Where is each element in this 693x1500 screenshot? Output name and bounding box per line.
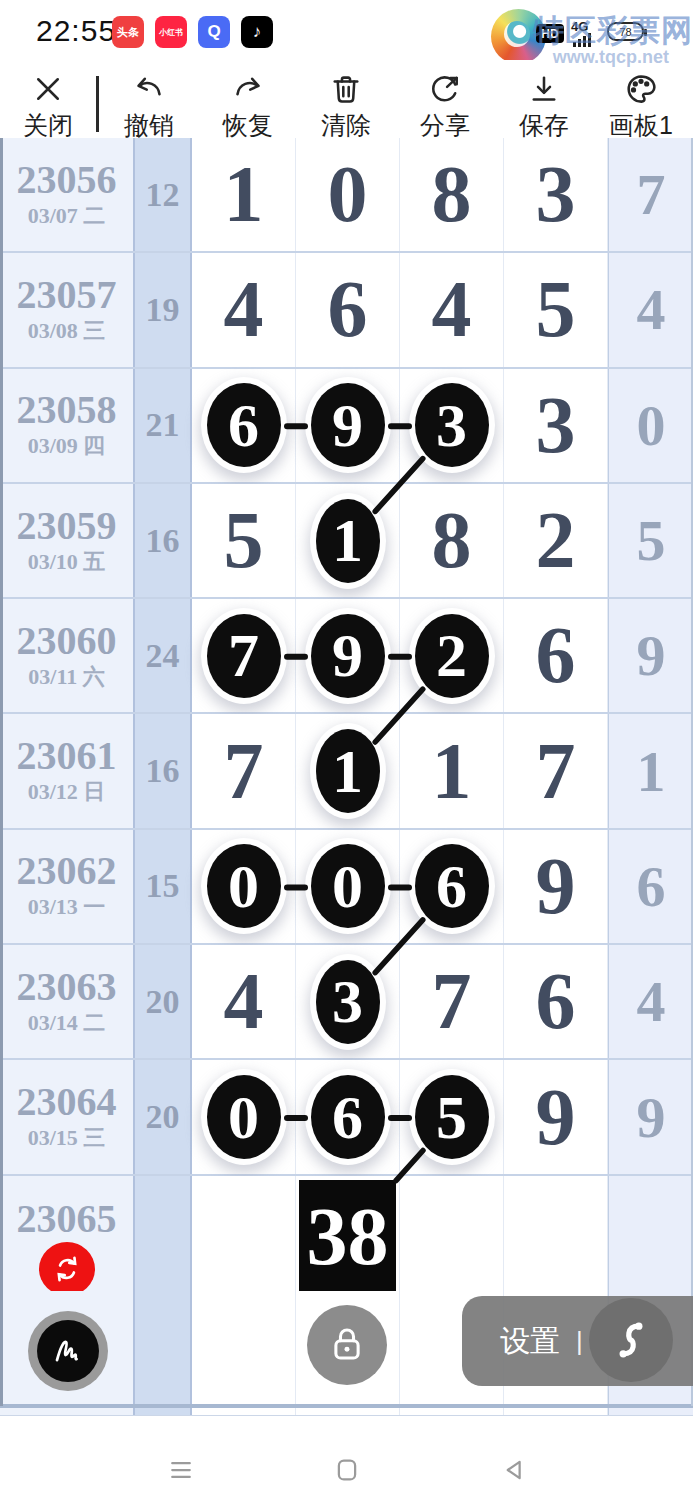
issue-date: 03/09 四 xyxy=(28,431,106,461)
sum-cell: 21 xyxy=(133,369,192,482)
digit-cell: 5 xyxy=(400,1060,504,1173)
digit-cell: 9 xyxy=(504,1060,608,1173)
issue-date: 03/14 二 xyxy=(28,1008,106,1038)
marker-circle: 5 xyxy=(415,1075,489,1159)
back-icon[interactable] xyxy=(484,1445,544,1495)
digit-cell: 1 xyxy=(192,138,296,251)
issue-date: 03/12 日 xyxy=(28,777,106,807)
digit-cell: 8 xyxy=(400,484,504,597)
marker-circle: 1 xyxy=(316,729,380,813)
drawing-toolbar: 关闭撤销恢复清除分享保存画板1 xyxy=(0,60,693,138)
tail-cell xyxy=(608,1176,693,1296)
issue-date: 03/10 五 xyxy=(28,547,106,577)
digit-value: 1 xyxy=(432,726,472,817)
issue-cell: 23058 03/09 四 xyxy=(0,369,133,482)
marker-circle: 0 xyxy=(207,1075,281,1159)
digit-value: 7 xyxy=(536,726,576,817)
issue-date: 03/15 三 xyxy=(28,1123,106,1153)
digit-value: 4 xyxy=(224,264,264,355)
digit-cell: 38 xyxy=(296,1176,400,1296)
issue-number: 23065 xyxy=(17,1198,117,1240)
issue-number: 23064 xyxy=(17,1081,117,1123)
draw-rows: 23056 03/07 二 12 1 0 8 3 7 23057 03/08 三… xyxy=(0,138,693,1291)
table-left-border xyxy=(0,138,3,1406)
menu-icon[interactable] xyxy=(151,1445,211,1495)
signature-pen-button[interactable] xyxy=(28,1311,108,1391)
marker-circle: 6 xyxy=(207,383,281,467)
s-curve-icon xyxy=(605,1314,657,1366)
issue-number: 23059 xyxy=(17,505,117,547)
sum-cell: 24 xyxy=(133,599,192,712)
close-button[interactable]: 关闭 xyxy=(0,66,96,143)
issue-number: 23061 xyxy=(17,735,117,777)
digit-cell: 3 xyxy=(400,369,504,482)
table-row: 23059 03/10 五 16 5 1 8 2 5 xyxy=(0,484,693,599)
save-button[interactable]: 保存 xyxy=(496,66,592,143)
tail-digit: 5 xyxy=(637,507,666,574)
digit-value: 9 xyxy=(536,1072,576,1163)
marker-circle: 9 xyxy=(311,383,385,467)
digit-value: 6 xyxy=(536,956,576,1047)
app-screen: 22:55 头条小红书Q♪ HD 4G 78 特区彩票网 www.tqcp.ne… xyxy=(0,0,693,1500)
tail-cell: 7 xyxy=(608,138,693,251)
lock-button[interactable] xyxy=(307,1305,387,1385)
next-row-sliver xyxy=(0,1408,693,1416)
digit-value: 3 xyxy=(536,149,576,240)
marker-circle: 6 xyxy=(415,844,489,928)
issue-date: 03/08 三 xyxy=(28,316,106,346)
s-curve-tool-button[interactable] xyxy=(589,1298,673,1382)
tail-cell: 4 xyxy=(608,945,693,1058)
digit-cell: 8 xyxy=(400,138,504,251)
table-row: 23056 03/07 二 12 1 0 8 3 7 xyxy=(0,138,693,253)
digit-cell xyxy=(192,1176,296,1296)
signal-bars-icon xyxy=(573,33,591,47)
digit-cell: 0 xyxy=(296,138,400,251)
digit-cell: 3 xyxy=(504,369,608,482)
sum-cell: 15 xyxy=(133,830,192,943)
sum-value: 19 xyxy=(146,291,180,329)
android-nav-bar xyxy=(0,1417,693,1500)
tail-cell: 9 xyxy=(608,599,693,712)
digit-cell: 1 xyxy=(296,484,400,597)
table-row: 23057 03/08 三 19 4 6 4 5 4 xyxy=(0,253,693,368)
toolbar-divider xyxy=(96,76,99,132)
table-row: 23058 03/09 四 21 6 9 3 3 0 xyxy=(0,369,693,484)
issue-cell: 23057 03/08 三 xyxy=(0,253,133,366)
marker-circle: 2 xyxy=(415,614,489,698)
issue-cell: 23060 03/11 六 xyxy=(0,599,133,712)
digit-cell: 1 xyxy=(400,714,504,827)
issue-date: 03/11 六 xyxy=(28,662,104,692)
settings-panel[interactable]: 设置 | xyxy=(462,1296,693,1386)
douyin-app-icon: ♪ xyxy=(241,16,273,48)
sum-value: 15 xyxy=(146,867,180,905)
clear-icon xyxy=(328,71,364,107)
digit-cell: 4 xyxy=(192,945,296,1058)
board-icon xyxy=(623,71,659,107)
tail-digit: 0 xyxy=(637,392,666,459)
sum-cell: 19 xyxy=(133,253,192,366)
issue-cell: 23061 03/12 日 xyxy=(0,714,133,827)
issue-cell: 23063 03/14 二 xyxy=(0,945,133,1058)
issue-cell: 23062 03/13 一 xyxy=(0,830,133,943)
tail-digit: 4 xyxy=(637,276,666,343)
digit-cell: 5 xyxy=(192,484,296,597)
marker-circle: 9 xyxy=(311,614,385,698)
sum-value: 21 xyxy=(146,406,180,444)
issue-date: 03/13 一 xyxy=(28,892,106,922)
hd-badge: HD xyxy=(536,24,564,43)
sum-cell: 12 xyxy=(133,138,192,251)
table-row: 23065 38 xyxy=(0,1176,693,1291)
home-icon[interactable] xyxy=(317,1445,377,1495)
table-row: 23063 03/14 二 20 4 3 7 6 4 xyxy=(0,945,693,1060)
marker-circle: 3 xyxy=(316,960,380,1044)
tail-cell: 6 xyxy=(608,830,693,943)
trend-chart-canvas[interactable]: 23056 03/07 二 12 1 0 8 3 7 23057 03/08 三… xyxy=(0,138,693,1417)
digit-cell: 3 xyxy=(296,945,400,1058)
table-row: 23060 03/11 六 24 7 9 2 6 9 xyxy=(0,599,693,714)
sum-value: 12 xyxy=(146,176,180,214)
tail-cell: 1 xyxy=(608,714,693,827)
issue-date: 03/07 二 xyxy=(28,201,106,231)
tail-digit: 7 xyxy=(637,161,666,228)
tail-cell: 5 xyxy=(608,484,693,597)
digit-cell: 7 xyxy=(192,714,296,827)
issue-cell: 23059 03/10 五 xyxy=(0,484,133,597)
sum-cell: 20 xyxy=(133,945,192,1058)
digit-cell: 6 xyxy=(296,253,400,366)
marker-circle: 6 xyxy=(311,1075,385,1159)
tail-digit: 9 xyxy=(637,1084,666,1151)
digit-value: 5 xyxy=(224,495,264,586)
digit-value: 0 xyxy=(328,149,368,240)
share-icon xyxy=(427,71,463,107)
tail-digit: 6 xyxy=(637,853,666,920)
tail-digit: 4 xyxy=(637,968,666,1035)
network-type: 4G xyxy=(571,19,588,34)
redo-icon xyxy=(230,71,266,107)
digit-cell: 0 xyxy=(296,830,400,943)
digit-cell: 0 xyxy=(192,1060,296,1173)
digit-cell: 5 xyxy=(504,253,608,366)
digit-value: 7 xyxy=(432,956,472,1047)
redo-button[interactable]: 恢复 xyxy=(200,66,296,143)
sum-value: 16 xyxy=(146,522,180,560)
clear-button[interactable]: 清除 xyxy=(298,66,394,143)
digit-value: 6 xyxy=(536,610,576,701)
issue-number: 23060 xyxy=(17,620,117,662)
issue-number: 23057 xyxy=(17,274,117,316)
digit-cell xyxy=(400,1176,504,1296)
marker-circle: 0 xyxy=(207,844,281,928)
close-icon xyxy=(30,71,66,107)
digit-value: 4 xyxy=(224,956,264,1047)
settings-label[interactable]: 设置 xyxy=(500,1321,560,1362)
clock: 22:55 xyxy=(36,14,116,48)
digit-cell: 6 xyxy=(504,945,608,1058)
digit-value: 5 xyxy=(536,264,576,355)
sum-cell: 16 xyxy=(133,714,192,827)
refresh-icon xyxy=(51,1253,83,1285)
sum-value: 24 xyxy=(146,637,180,675)
digit-value: 7 xyxy=(224,726,264,817)
digit-cell: 7 xyxy=(400,945,504,1058)
tail-digit: 1 xyxy=(637,738,666,805)
table-row: 23061 03/12 日 16 7 1 1 7 1 xyxy=(0,714,693,829)
digit-value: 4 xyxy=(432,264,472,355)
digit-value: 2 xyxy=(536,495,576,586)
share-button[interactable]: 分享 xyxy=(397,66,493,143)
digit-cell: 1 xyxy=(296,714,400,827)
tail-cell: 0 xyxy=(608,369,693,482)
notification-app-icons: 头条小红书Q♪ xyxy=(112,16,273,48)
issue-cell: 23056 03/07 二 xyxy=(0,138,133,251)
q-app-app-icon: Q xyxy=(198,16,230,48)
marker-circle: 3 xyxy=(415,383,489,467)
issue-number: 23063 xyxy=(17,966,117,1008)
sum-cell: 20 xyxy=(133,1060,192,1173)
undo-icon xyxy=(131,71,167,107)
tail-cell: 4 xyxy=(608,253,693,366)
digit-cell: 6 xyxy=(400,830,504,943)
issue-number: 23062 xyxy=(17,850,117,892)
issue-cell: 23065 xyxy=(0,1176,133,1296)
digit-cell: 2 xyxy=(400,599,504,712)
issue-cell: 23064 03/15 三 xyxy=(0,1060,133,1173)
digit-value: 1 xyxy=(224,149,264,240)
sum-value: 16 xyxy=(146,752,180,790)
sum-cell xyxy=(133,1176,192,1296)
digit-cell: 6 xyxy=(192,369,296,482)
sum-value: 20 xyxy=(146,1098,180,1136)
issue-number: 23058 xyxy=(17,389,117,431)
lock-icon xyxy=(324,1322,370,1368)
digit-cell: 7 xyxy=(192,599,296,712)
digit-cell: 7 xyxy=(504,714,608,827)
settings-divider: | xyxy=(576,1326,583,1357)
marker-circle: 7 xyxy=(207,614,281,698)
status-bar: 22:55 头条小红书Q♪ HD 4G 78 xyxy=(0,0,693,60)
refresh-button[interactable] xyxy=(39,1242,95,1296)
digit-cell: 6 xyxy=(296,1060,400,1173)
digit-cell: 6 xyxy=(504,599,608,712)
digit-cell xyxy=(504,1176,608,1296)
xiaohongshu-app-icon: 小红书 xyxy=(155,16,187,48)
digit-cell: 9 xyxy=(504,830,608,943)
digit-cell: 9 xyxy=(296,369,400,482)
tail-cell: 9 xyxy=(608,1060,693,1173)
digit-value: 3 xyxy=(536,380,576,471)
table-row: 23062 03/13 一 15 0 0 6 9 6 xyxy=(0,830,693,945)
save-icon xyxy=(526,71,562,107)
digit-value: 8 xyxy=(432,149,472,240)
digit-cell: 2 xyxy=(504,484,608,597)
tail-digit: 9 xyxy=(637,622,666,689)
digit-cell: 4 xyxy=(400,253,504,366)
issue-number: 23056 xyxy=(17,159,117,201)
digit-cell: 9 xyxy=(296,599,400,712)
battery-indicator: 78 xyxy=(607,22,644,41)
sum-cell: 16 xyxy=(133,484,192,597)
digit-cell: 0 xyxy=(192,830,296,943)
signature-scribble-icon xyxy=(37,1320,99,1382)
digit-value: 6 xyxy=(328,264,368,355)
board-button[interactable]: 画板1 xyxy=(593,66,689,143)
digit-value: 8 xyxy=(432,495,472,586)
marker-circle: 0 xyxy=(311,844,385,928)
sum-value: 20 xyxy=(146,983,180,1021)
marker-circle: 1 xyxy=(316,499,380,583)
table-row: 23064 03/15 三 20 0 6 5 9 9 xyxy=(0,1060,693,1175)
undo-button[interactable]: 撤销 xyxy=(101,66,197,143)
digit-value: 9 xyxy=(536,841,576,932)
toutiao-app-icon: 头条 xyxy=(112,16,144,48)
digit-cell: 4 xyxy=(192,253,296,366)
prediction-box: 38 xyxy=(299,1180,396,1295)
digit-cell: 3 xyxy=(504,138,608,251)
